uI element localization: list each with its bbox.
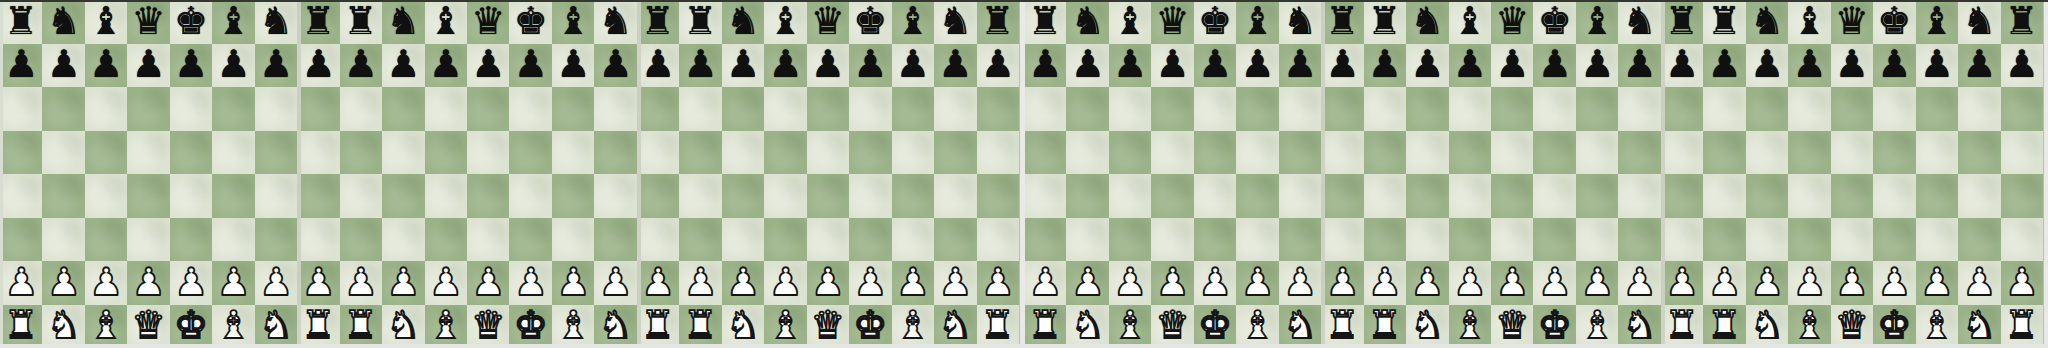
square-e1[interactable]: ♚ [509, 305, 551, 348]
piece-white-rook[interactable]: ♜ [1364, 305, 1406, 348]
piece-white-pawn[interactable]: ♟ [297, 261, 339, 304]
piece-black-pawn[interactable]: ♟ [382, 44, 424, 87]
piece-white-knight[interactable]: ♞ [1958, 305, 2000, 348]
square-e4[interactable] [509, 174, 551, 218]
square-b8[interactable]: ♞ [1746, 0, 1788, 44]
piece-black-pawn[interactable]: ♟ [892, 44, 934, 87]
square-h3[interactable] [977, 218, 1019, 262]
square-c3[interactable] [1788, 218, 1830, 262]
piece-white-knight[interactable]: ♞ [382, 305, 424, 348]
square-f4[interactable] [1236, 174, 1278, 218]
piece-white-pawn[interactable]: ♟ [1279, 261, 1321, 304]
piece-white-pawn[interactable]: ♟ [1788, 261, 1830, 304]
square-b1[interactable]: ♞ [42, 305, 84, 348]
square-f5[interactable] [892, 131, 934, 175]
square-a3[interactable] [340, 218, 382, 262]
piece-white-knight[interactable]: ♞ [42, 305, 84, 348]
square-c1[interactable]: ♝ [1788, 305, 1830, 348]
piece-white-knight[interactable]: ♞ [1279, 305, 1321, 348]
square-a5[interactable] [1364, 131, 1406, 175]
square-g6[interactable] [594, 87, 636, 131]
piece-black-bishop[interactable]: ♝ [892, 0, 934, 43]
square-b8[interactable]: ♞ [1406, 0, 1448, 44]
piece-white-queen[interactable]: ♛ [467, 305, 509, 348]
square-h4[interactable] [297, 174, 339, 218]
square-h1[interactable]: ♜ [2001, 305, 2043, 348]
square-g2[interactable]: ♟ [594, 261, 636, 305]
piece-black-bishop[interactable]: ♝ [764, 0, 806, 43]
piece-black-pawn[interactable]: ♟ [340, 44, 382, 87]
square-c6[interactable] [1449, 87, 1491, 131]
square-b4[interactable] [1746, 174, 1788, 218]
square-b8[interactable]: ♞ [382, 0, 424, 44]
square-a2[interactable]: ♟ [1703, 261, 1745, 305]
piece-black-rook[interactable]: ♜ [297, 0, 339, 43]
square-b1[interactable]: ♞ [722, 305, 764, 348]
square-c1[interactable]: ♝ [764, 305, 806, 348]
square-d8[interactable]: ♛ [1831, 0, 1873, 44]
piece-white-pawn[interactable]: ♟ [1449, 261, 1491, 304]
square-c2[interactable]: ♟ [1449, 261, 1491, 305]
square-c7[interactable]: ♟ [1449, 44, 1491, 88]
square-h8[interactable]: ♜ [1321, 0, 1363, 44]
piece-black-rook[interactable]: ♜ [679, 0, 721, 43]
chess-board-3[interactable]: ♜♞♝♛♚♝♞♜♟♟♟♟♟♟♟♟♟♟♟♟♟♟♟♟♜♞♝♛♚♝♞♜ [679, 0, 1019, 348]
piece-white-pawn[interactable]: ♟ [467, 261, 509, 304]
square-f7[interactable]: ♟ [892, 44, 934, 88]
square-g6[interactable] [934, 87, 976, 131]
square-f6[interactable] [212, 87, 254, 131]
piece-black-rook[interactable]: ♜ [1321, 0, 1363, 43]
square-a7[interactable]: ♟ [0, 44, 42, 88]
square-e3[interactable] [1873, 218, 1915, 262]
piece-white-pawn[interactable]: ♟ [382, 261, 424, 304]
square-f6[interactable] [1576, 87, 1618, 131]
square-d5[interactable] [467, 131, 509, 175]
square-c5[interactable] [425, 131, 467, 175]
square-c5[interactable] [1109, 131, 1151, 175]
square-d5[interactable] [1491, 131, 1533, 175]
square-a4[interactable] [1024, 174, 1066, 218]
square-a1[interactable]: ♜ [1024, 305, 1066, 348]
square-g1[interactable]: ♞ [1618, 305, 1660, 348]
square-f4[interactable] [892, 174, 934, 218]
square-c2[interactable]: ♟ [425, 261, 467, 305]
piece-black-pawn[interactable]: ♟ [1618, 44, 1660, 87]
piece-black-bishop[interactable]: ♝ [1236, 0, 1278, 43]
square-e4[interactable] [1873, 174, 1915, 218]
piece-black-pawn[interactable]: ♟ [1449, 44, 1491, 87]
piece-black-rook[interactable]: ♜ [1364, 0, 1406, 43]
square-d4[interactable] [127, 174, 169, 218]
square-c7[interactable]: ♟ [425, 44, 467, 88]
piece-white-knight[interactable]: ♞ [1746, 305, 1788, 348]
square-g5[interactable] [934, 131, 976, 175]
piece-black-pawn[interactable]: ♟ [1279, 44, 1321, 87]
piece-black-pawn[interactable]: ♟ [1916, 44, 1958, 87]
piece-white-king[interactable]: ♚ [1873, 305, 1915, 348]
square-b7[interactable]: ♟ [1406, 44, 1448, 88]
square-b6[interactable] [722, 87, 764, 131]
square-g5[interactable] [594, 131, 636, 175]
square-e4[interactable] [170, 174, 212, 218]
square-e1[interactable]: ♚ [1533, 305, 1575, 348]
square-e2[interactable]: ♟ [170, 261, 212, 305]
piece-white-king[interactable]: ♚ [170, 305, 212, 348]
square-c7[interactable]: ♟ [1109, 44, 1151, 88]
square-b7[interactable]: ♟ [1746, 44, 1788, 88]
square-e4[interactable] [1194, 174, 1236, 218]
square-g7[interactable]: ♟ [1618, 44, 1660, 88]
square-f8[interactable]: ♝ [1236, 0, 1278, 44]
square-b6[interactable] [382, 87, 424, 131]
piece-white-knight[interactable]: ♞ [934, 305, 976, 348]
piece-white-bishop[interactable]: ♝ [1788, 305, 1830, 348]
square-e8[interactable]: ♚ [509, 0, 551, 44]
square-b2[interactable]: ♟ [382, 261, 424, 305]
square-d8[interactable]: ♛ [127, 0, 169, 44]
piece-black-pawn[interactable]: ♟ [1491, 44, 1533, 87]
square-a6[interactable] [1024, 87, 1066, 131]
piece-black-pawn[interactable]: ♟ [170, 44, 212, 87]
square-d8[interactable]: ♛ [1491, 0, 1533, 44]
square-b3[interactable] [42, 218, 84, 262]
square-g4[interactable] [594, 174, 636, 218]
square-b4[interactable] [42, 174, 84, 218]
square-f8[interactable]: ♝ [892, 0, 934, 44]
square-d5[interactable] [1151, 131, 1193, 175]
piece-white-knight[interactable]: ♞ [594, 305, 636, 348]
square-h2[interactable]: ♟ [637, 261, 679, 305]
piece-white-pawn[interactable]: ♟ [340, 261, 382, 304]
square-h2[interactable]: ♟ [297, 261, 339, 305]
piece-white-pawn[interactable]: ♟ [552, 261, 594, 304]
square-h3[interactable] [637, 218, 679, 262]
square-b1[interactable]: ♞ [1406, 305, 1448, 348]
square-a8[interactable]: ♜ [679, 0, 721, 44]
square-f5[interactable] [1576, 131, 1618, 175]
piece-white-pawn[interactable]: ♟ [425, 261, 467, 304]
piece-black-pawn[interactable]: ♟ [637, 44, 679, 87]
square-h8[interactable]: ♜ [2001, 0, 2043, 44]
piece-black-pawn[interactable]: ♟ [1788, 44, 1830, 87]
piece-black-bishop[interactable]: ♝ [1788, 0, 1830, 43]
square-a1[interactable]: ♜ [340, 305, 382, 348]
square-g1[interactable]: ♞ [1958, 305, 2000, 348]
square-e8[interactable]: ♚ [1533, 0, 1575, 44]
square-g3[interactable] [594, 218, 636, 262]
piece-white-pawn[interactable]: ♟ [594, 261, 636, 304]
square-d2[interactable]: ♟ [127, 261, 169, 305]
piece-black-pawn[interactable]: ♟ [1873, 44, 1915, 87]
square-f8[interactable]: ♝ [1576, 0, 1618, 44]
square-c1[interactable]: ♝ [425, 305, 467, 348]
square-g8[interactable]: ♞ [594, 0, 636, 44]
square-c8[interactable]: ♝ [425, 0, 467, 44]
square-d6[interactable] [127, 87, 169, 131]
piece-white-pawn[interactable]: ♟ [679, 261, 721, 304]
piece-black-rook[interactable]: ♜ [637, 0, 679, 43]
square-a1[interactable]: ♜ [679, 305, 721, 348]
piece-white-pawn[interactable]: ♟ [892, 261, 934, 304]
piece-white-pawn[interactable]: ♟ [2001, 261, 2043, 304]
piece-black-pawn[interactable]: ♟ [722, 44, 764, 87]
square-e5[interactable] [849, 131, 891, 175]
piece-white-rook[interactable]: ♜ [1024, 305, 1066, 348]
piece-black-queen[interactable]: ♛ [1491, 0, 1533, 43]
piece-black-bishop[interactable]: ♝ [1109, 0, 1151, 43]
square-b1[interactable]: ♞ [382, 305, 424, 348]
square-c7[interactable]: ♟ [764, 44, 806, 88]
chess-board-2[interactable]: ♜♞♝♛♚♝♞♜♟♟♟♟♟♟♟♟♟♟♟♟♟♟♟♟♜♞♝♛♚♝♞♜ [340, 0, 680, 348]
square-c5[interactable] [85, 131, 127, 175]
square-h5[interactable] [1321, 131, 1363, 175]
square-g4[interactable] [934, 174, 976, 218]
piece-black-rook[interactable]: ♜ [2001, 0, 2043, 43]
square-e1[interactable]: ♚ [849, 305, 891, 348]
square-f2[interactable]: ♟ [552, 261, 594, 305]
square-b1[interactable]: ♞ [1066, 305, 1108, 348]
square-b3[interactable] [1746, 218, 1788, 262]
square-d6[interactable] [1831, 87, 1873, 131]
square-g7[interactable]: ♟ [934, 44, 976, 88]
piece-black-pawn[interactable]: ♟ [849, 44, 891, 87]
square-a8[interactable]: ♜ [1364, 0, 1406, 44]
square-c5[interactable] [1788, 131, 1830, 175]
square-h3[interactable] [2001, 218, 2043, 262]
square-h4[interactable] [637, 174, 679, 218]
piece-black-knight[interactable]: ♞ [1279, 0, 1321, 43]
square-e8[interactable]: ♚ [849, 0, 891, 44]
square-f8[interactable]: ♝ [1916, 0, 1958, 44]
piece-white-rook[interactable]: ♜ [637, 305, 679, 348]
square-h2[interactable]: ♟ [977, 261, 1019, 305]
piece-white-pawn[interactable]: ♟ [1703, 261, 1745, 304]
piece-black-queen[interactable]: ♛ [1831, 0, 1873, 43]
square-h1[interactable]: ♜ [637, 305, 679, 348]
square-b5[interactable] [1066, 131, 1108, 175]
square-h4[interactable] [2001, 174, 2043, 218]
square-b6[interactable] [1066, 87, 1108, 131]
square-a3[interactable] [1703, 218, 1745, 262]
piece-white-pawn[interactable]: ♟ [85, 261, 127, 304]
square-h8[interactable]: ♜ [977, 0, 1019, 44]
piece-black-pawn[interactable]: ♟ [2001, 44, 2043, 87]
piece-white-bishop[interactable]: ♝ [1109, 305, 1151, 348]
piece-black-pawn[interactable]: ♟ [977, 44, 1019, 87]
piece-black-pawn[interactable]: ♟ [1151, 44, 1193, 87]
piece-black-knight[interactable]: ♞ [1066, 0, 1108, 43]
square-a2[interactable]: ♟ [1024, 261, 1066, 305]
square-c4[interactable] [764, 174, 806, 218]
square-d6[interactable] [1491, 87, 1533, 131]
square-b4[interactable] [1066, 174, 1108, 218]
piece-black-knight[interactable]: ♞ [1406, 0, 1448, 43]
square-a8[interactable]: ♜ [0, 0, 42, 44]
square-f4[interactable] [212, 174, 254, 218]
square-h6[interactable] [1321, 87, 1363, 131]
square-b8[interactable]: ♞ [722, 0, 764, 44]
piece-white-pawn[interactable]: ♟ [1109, 261, 1151, 304]
square-d4[interactable] [1831, 174, 1873, 218]
piece-black-queen[interactable]: ♛ [807, 0, 849, 43]
square-g5[interactable] [1618, 131, 1660, 175]
square-g3[interactable] [1958, 218, 2000, 262]
square-g6[interactable] [1618, 87, 1660, 131]
piece-white-pawn[interactable]: ♟ [509, 261, 551, 304]
square-g8[interactable]: ♞ [1618, 0, 1660, 44]
piece-white-king[interactable]: ♚ [509, 305, 551, 348]
square-e6[interactable] [1194, 87, 1236, 131]
piece-black-queen[interactable]: ♛ [467, 0, 509, 43]
piece-black-pawn[interactable]: ♟ [552, 44, 594, 87]
square-b3[interactable] [722, 218, 764, 262]
square-e2[interactable]: ♟ [849, 261, 891, 305]
square-f7[interactable]: ♟ [1916, 44, 1958, 88]
piece-black-pawn[interactable]: ♟ [255, 44, 297, 87]
square-a3[interactable] [679, 218, 721, 262]
square-d5[interactable] [807, 131, 849, 175]
piece-black-pawn[interactable]: ♟ [1364, 44, 1406, 87]
square-d6[interactable] [807, 87, 849, 131]
square-c1[interactable]: ♝ [1109, 305, 1151, 348]
square-d7[interactable]: ♟ [1491, 44, 1533, 88]
square-g1[interactable]: ♞ [255, 305, 297, 348]
piece-black-pawn[interactable]: ♟ [1831, 44, 1873, 87]
piece-white-queen[interactable]: ♛ [807, 305, 849, 348]
piece-black-queen[interactable]: ♛ [1151, 0, 1193, 43]
piece-white-pawn[interactable]: ♟ [849, 261, 891, 304]
square-h5[interactable] [1661, 131, 1703, 175]
piece-white-bishop[interactable]: ♝ [425, 305, 467, 348]
square-c7[interactable]: ♟ [1788, 44, 1830, 88]
square-f8[interactable]: ♝ [212, 0, 254, 44]
square-h5[interactable] [637, 131, 679, 175]
square-h2[interactable]: ♟ [1661, 261, 1703, 305]
square-f3[interactable] [212, 218, 254, 262]
square-f1[interactable]: ♝ [892, 305, 934, 348]
square-d2[interactable]: ♟ [467, 261, 509, 305]
piece-black-pawn[interactable]: ♟ [212, 44, 254, 87]
piece-white-pawn[interactable]: ♟ [637, 261, 679, 304]
square-h1[interactable]: ♜ [1661, 305, 1703, 348]
piece-black-pawn[interactable]: ♟ [1024, 44, 1066, 87]
square-f2[interactable]: ♟ [892, 261, 934, 305]
piece-white-king[interactable]: ♚ [849, 305, 891, 348]
square-d7[interactable]: ♟ [127, 44, 169, 88]
square-e7[interactable]: ♟ [849, 44, 891, 88]
square-d2[interactable]: ♟ [1831, 261, 1873, 305]
piece-black-pawn[interactable]: ♟ [1746, 44, 1788, 87]
square-e7[interactable]: ♟ [1533, 44, 1575, 88]
square-e6[interactable] [1873, 87, 1915, 131]
square-g2[interactable]: ♟ [1618, 261, 1660, 305]
piece-black-pawn[interactable]: ♟ [467, 44, 509, 87]
square-c4[interactable] [85, 174, 127, 218]
square-g7[interactable]: ♟ [1958, 44, 2000, 88]
square-e3[interactable] [509, 218, 551, 262]
square-f5[interactable] [1236, 131, 1278, 175]
piece-black-knight[interactable]: ♞ [1746, 0, 1788, 43]
square-b5[interactable] [382, 131, 424, 175]
square-g4[interactable] [1279, 174, 1321, 218]
square-e1[interactable]: ♚ [1873, 305, 1915, 348]
square-e8[interactable]: ♚ [170, 0, 212, 44]
square-h8[interactable]: ♜ [1661, 0, 1703, 44]
square-c3[interactable] [764, 218, 806, 262]
piece-black-knight[interactable]: ♞ [934, 0, 976, 43]
square-g3[interactable] [1279, 218, 1321, 262]
square-a8[interactable]: ♜ [1024, 0, 1066, 44]
piece-black-pawn[interactable]: ♟ [1321, 44, 1363, 87]
square-b5[interactable] [1746, 131, 1788, 175]
square-f7[interactable]: ♟ [212, 44, 254, 88]
piece-black-rook[interactable]: ♜ [1703, 0, 1745, 43]
square-h1[interactable]: ♜ [977, 305, 1019, 348]
piece-white-bishop[interactable]: ♝ [552, 305, 594, 348]
square-f3[interactable] [1236, 218, 1278, 262]
square-h1[interactable]: ♜ [297, 305, 339, 348]
chess-board-6[interactable]: ♜♞♝♛♚♝♞♜♟♟♟♟♟♟♟♟♟♟♟♟♟♟♟♟♜♞♝♛♚♝♞♜ [1703, 0, 2043, 348]
square-a1[interactable]: ♜ [1364, 305, 1406, 348]
piece-black-pawn[interactable]: ♟ [425, 44, 467, 87]
chess-board-1[interactable]: ♜♞♝♛♚♝♞♜♟♟♟♟♟♟♟♟♟♟♟♟♟♟♟♟♜♞♝♛♚♝♞♜ [0, 0, 340, 348]
square-c3[interactable] [85, 218, 127, 262]
square-f5[interactable] [1916, 131, 1958, 175]
square-b6[interactable] [1746, 87, 1788, 131]
square-f1[interactable]: ♝ [552, 305, 594, 348]
square-f7[interactable]: ♟ [1576, 44, 1618, 88]
piece-white-pawn[interactable]: ♟ [1024, 261, 1066, 304]
square-c1[interactable]: ♝ [85, 305, 127, 348]
piece-black-bishop[interactable]: ♝ [212, 0, 254, 43]
piece-black-bishop[interactable]: ♝ [425, 0, 467, 43]
piece-black-bishop[interactable]: ♝ [85, 0, 127, 43]
piece-white-pawn[interactable]: ♟ [212, 261, 254, 304]
square-d3[interactable] [467, 218, 509, 262]
square-e3[interactable] [1194, 218, 1236, 262]
piece-black-pawn[interactable]: ♟ [1703, 44, 1745, 87]
square-c2[interactable]: ♟ [1109, 261, 1151, 305]
square-h6[interactable] [297, 87, 339, 131]
square-e5[interactable] [509, 131, 551, 175]
piece-black-rook[interactable]: ♜ [1661, 0, 1703, 43]
square-a1[interactable]: ♜ [0, 305, 42, 348]
piece-black-king[interactable]: ♚ [170, 0, 212, 43]
piece-white-pawn[interactable]: ♟ [1151, 261, 1193, 304]
square-c8[interactable]: ♝ [764, 0, 806, 44]
square-c4[interactable] [425, 174, 467, 218]
square-d2[interactable]: ♟ [1151, 261, 1193, 305]
square-f1[interactable]: ♝ [1916, 305, 1958, 348]
square-c2[interactable]: ♟ [1788, 261, 1830, 305]
square-d3[interactable] [807, 218, 849, 262]
square-h3[interactable] [297, 218, 339, 262]
square-d6[interactable] [1151, 87, 1193, 131]
square-c4[interactable] [1449, 174, 1491, 218]
square-c3[interactable] [425, 218, 467, 262]
square-e5[interactable] [1194, 131, 1236, 175]
square-b2[interactable]: ♟ [1746, 261, 1788, 305]
piece-black-king[interactable]: ♚ [1873, 0, 1915, 43]
piece-black-knight[interactable]: ♞ [722, 0, 764, 43]
square-c3[interactable] [1449, 218, 1491, 262]
piece-white-pawn[interactable]: ♟ [764, 261, 806, 304]
piece-black-pawn[interactable]: ♟ [509, 44, 551, 87]
square-f6[interactable] [1916, 87, 1958, 131]
square-g2[interactable]: ♟ [255, 261, 297, 305]
square-h3[interactable] [1321, 218, 1363, 262]
